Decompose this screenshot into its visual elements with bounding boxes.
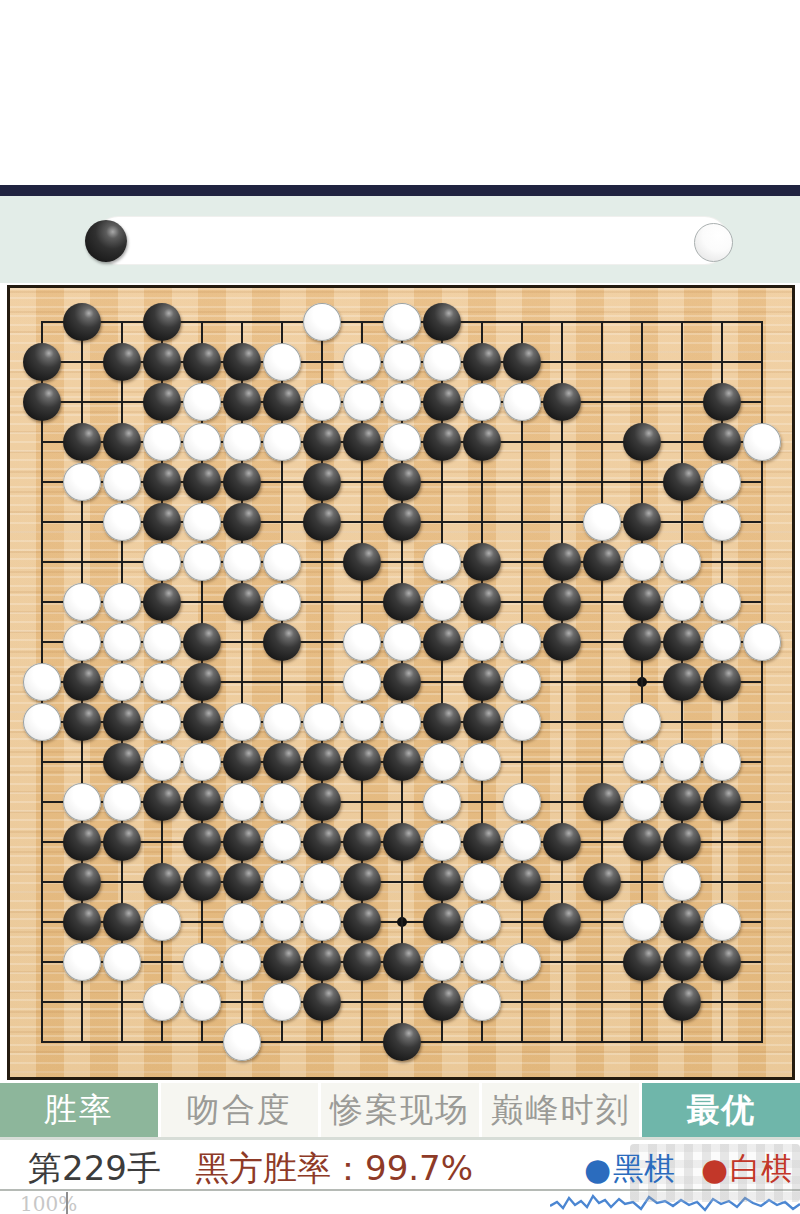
board-cell[interactable] — [382, 742, 422, 782]
board-cell[interactable] — [622, 862, 662, 902]
board-cell[interactable] — [382, 382, 422, 422]
board-cell[interactable] — [342, 822, 382, 862]
board-cell[interactable] — [742, 662, 782, 702]
board-cell[interactable] — [502, 622, 542, 662]
tab-peak-moment[interactable]: 巅峰时刻 — [479, 1083, 640, 1137]
board-cell[interactable] — [22, 382, 62, 422]
board-cell[interactable] — [622, 622, 662, 662]
board-cell[interactable] — [382, 462, 422, 502]
board-cell[interactable] — [542, 742, 582, 782]
board-cell[interactable] — [422, 822, 462, 862]
board-cell[interactable] — [302, 622, 342, 662]
board-cell[interactable] — [542, 422, 582, 462]
board-cell[interactable] — [742, 462, 782, 502]
board-cell[interactable] — [342, 502, 382, 542]
board-cell[interactable] — [142, 382, 182, 422]
board-cell[interactable] — [302, 422, 342, 462]
board-cell[interactable] — [662, 422, 702, 462]
board-cell[interactable] — [582, 542, 622, 582]
board-cell[interactable] — [542, 342, 582, 382]
board-cell[interactable] — [62, 862, 102, 902]
board-cell[interactable] — [462, 542, 502, 582]
board-cell[interactable] — [622, 742, 662, 782]
board-cell[interactable] — [662, 342, 702, 382]
board-cell[interactable] — [262, 742, 302, 782]
board-cell[interactable] — [182, 422, 222, 462]
board-cell[interactable] — [62, 582, 102, 622]
board-cell[interactable] — [302, 702, 342, 742]
board-cell[interactable] — [702, 742, 742, 782]
board-cell[interactable] — [102, 422, 142, 462]
board-cell[interactable] — [742, 422, 782, 462]
board-cell[interactable] — [502, 582, 542, 622]
board-cell[interactable] — [702, 902, 742, 942]
board-cell[interactable] — [142, 1022, 182, 1062]
board-cell[interactable] — [182, 342, 222, 382]
board-cell[interactable] — [102, 582, 142, 622]
board-cell[interactable] — [62, 942, 102, 982]
board-cell[interactable] — [542, 782, 582, 822]
board-cell[interactable] — [222, 622, 262, 662]
board-cell[interactable] — [622, 422, 662, 462]
board-cell[interactable] — [302, 302, 342, 342]
board-cell[interactable] — [622, 542, 662, 582]
tab-winrate[interactable]: 胜率 — [0, 1083, 158, 1137]
board-cell[interactable] — [222, 1022, 262, 1062]
board-cell[interactable] — [622, 942, 662, 982]
board-cell[interactable] — [142, 822, 182, 862]
board-cell[interactable] — [742, 782, 782, 822]
board-cell[interactable] — [102, 822, 142, 862]
board-cell[interactable] — [222, 822, 262, 862]
board-cell[interactable] — [742, 1022, 782, 1062]
board-cell[interactable] — [222, 542, 262, 582]
board-cell[interactable] — [142, 902, 182, 942]
board-cell[interactable] — [462, 582, 502, 622]
board-cell[interactable] — [302, 542, 342, 582]
board-cell[interactable] — [502, 462, 542, 502]
board-cell[interactable] — [542, 982, 582, 1022]
board-cell[interactable] — [462, 702, 502, 742]
board-cell[interactable] — [222, 422, 262, 462]
board-cell[interactable] — [182, 582, 222, 622]
board-cell[interactable] — [542, 462, 582, 502]
board-cell[interactable] — [422, 742, 462, 782]
board-cell[interactable] — [702, 702, 742, 742]
board-cell[interactable] — [62, 382, 102, 422]
board-cell[interactable] — [662, 782, 702, 822]
board-cell[interactable] — [462, 662, 502, 702]
board-cell[interactable] — [542, 542, 582, 582]
board-cell[interactable] — [462, 942, 502, 982]
board-cell[interactable] — [262, 582, 302, 622]
board-cell[interactable] — [22, 982, 62, 1022]
board-cell[interactable] — [542, 622, 582, 662]
board-cell[interactable] — [382, 942, 422, 982]
board-cell[interactable] — [102, 902, 142, 942]
board-cell[interactable] — [142, 942, 182, 982]
board-cell[interactable] — [182, 622, 222, 662]
board-cell[interactable] — [582, 702, 622, 742]
board-cell[interactable] — [222, 702, 262, 742]
board-cell[interactable] — [62, 702, 102, 742]
board-cell[interactable] — [742, 622, 782, 662]
board-cell[interactable] — [702, 982, 742, 1022]
board-cell[interactable] — [342, 942, 382, 982]
board-cell[interactable] — [222, 982, 262, 1022]
board-cell[interactable] — [542, 902, 582, 942]
board-cell[interactable] — [662, 502, 702, 542]
board-cell[interactable] — [382, 542, 422, 582]
board-cell[interactable] — [422, 702, 462, 742]
board-cell[interactable] — [382, 702, 422, 742]
board-cell[interactable] — [302, 662, 342, 702]
board-cell[interactable] — [102, 302, 142, 342]
board-cell[interactable] — [62, 502, 102, 542]
board-cell[interactable] — [702, 422, 742, 462]
board-cell[interactable] — [662, 1022, 702, 1062]
board-cell[interactable] — [582, 342, 622, 382]
board-cell[interactable] — [622, 822, 662, 862]
board-cell[interactable] — [222, 782, 262, 822]
tab-best[interactable]: 最优 — [639, 1083, 800, 1137]
board-cell[interactable] — [702, 542, 742, 582]
board-cell[interactable] — [502, 982, 542, 1022]
board-cell[interactable] — [222, 742, 262, 782]
board-cell[interactable] — [62, 622, 102, 662]
board-cell[interactable] — [622, 702, 662, 742]
board-cell[interactable] — [182, 782, 222, 822]
board-cell[interactable] — [462, 342, 502, 382]
board-cell[interactable] — [702, 582, 742, 622]
board-cell[interactable] — [222, 862, 262, 902]
board-cell[interactable] — [622, 1022, 662, 1062]
board-cell[interactable] — [422, 542, 462, 582]
board-cell[interactable] — [582, 902, 622, 942]
board-cell[interactable] — [742, 742, 782, 782]
board-cell[interactable] — [542, 862, 582, 902]
board-cell[interactable] — [662, 662, 702, 702]
board-cell[interactable] — [702, 622, 742, 662]
board-cell[interactable] — [142, 582, 182, 622]
board-cell[interactable] — [422, 982, 462, 1022]
board-cell[interactable] — [462, 462, 502, 502]
board-cell[interactable] — [222, 302, 262, 342]
board-cell[interactable] — [102, 1022, 142, 1062]
board-cell[interactable] — [662, 302, 702, 342]
board-cell[interactable] — [102, 342, 142, 382]
board-cell[interactable] — [582, 782, 622, 822]
board-cell[interactable] — [382, 1022, 422, 1062]
board-cell[interactable] — [262, 502, 302, 542]
board-cell[interactable] — [102, 382, 142, 422]
board-cell[interactable] — [502, 702, 542, 742]
board-cell[interactable] — [462, 982, 502, 1022]
board-cell[interactable] — [262, 822, 302, 862]
board-cell[interactable] — [662, 382, 702, 422]
board-cell[interactable] — [462, 382, 502, 422]
board-cell[interactable] — [22, 942, 62, 982]
board-cell[interactable] — [462, 422, 502, 462]
board-cell[interactable] — [422, 582, 462, 622]
board-cell[interactable] — [102, 982, 142, 1022]
board-cell[interactable] — [22, 902, 62, 942]
board-cell[interactable] — [662, 902, 702, 942]
board-cell[interactable] — [502, 382, 542, 422]
board-cell[interactable] — [342, 782, 382, 822]
board-cell[interactable] — [62, 902, 102, 942]
board-cell[interactable] — [342, 462, 382, 502]
board-cell[interactable] — [702, 662, 742, 702]
board-cell[interactable] — [502, 422, 542, 462]
board-cell[interactable] — [662, 982, 702, 1022]
board-cell[interactable] — [702, 822, 742, 862]
board-cell[interactable] — [662, 582, 702, 622]
board-cell[interactable] — [22, 742, 62, 782]
board-cell[interactable] — [462, 782, 502, 822]
board-cell[interactable] — [22, 462, 62, 502]
board-cell[interactable] — [302, 582, 342, 622]
board-cell[interactable] — [302, 502, 342, 542]
board-cell[interactable] — [342, 742, 382, 782]
board-cell[interactable] — [22, 862, 62, 902]
board-cell[interactable] — [222, 342, 262, 382]
board-cell[interactable] — [342, 542, 382, 582]
board-cell[interactable] — [742, 702, 782, 742]
board-cell[interactable] — [222, 902, 262, 942]
board-cell[interactable] — [22, 302, 62, 342]
board-cell[interactable] — [382, 622, 422, 662]
board-cell[interactable] — [102, 942, 142, 982]
board-cell[interactable] — [182, 382, 222, 422]
board-cell[interactable] — [742, 822, 782, 862]
board-cell[interactable] — [742, 862, 782, 902]
board-cell[interactable] — [182, 862, 222, 902]
board-cell[interactable] — [582, 862, 622, 902]
board-cell[interactable] — [22, 622, 62, 662]
board-cell[interactable] — [62, 302, 102, 342]
board-cell[interactable] — [142, 542, 182, 582]
board-cell[interactable] — [382, 582, 422, 622]
board-cell[interactable] — [182, 982, 222, 1022]
board-cell[interactable] — [182, 942, 222, 982]
board-cell[interactable] — [422, 622, 462, 662]
board-cell[interactable] — [302, 822, 342, 862]
board-cell[interactable] — [622, 302, 662, 342]
board-cell[interactable] — [462, 742, 502, 782]
board-cell[interactable] — [262, 422, 302, 462]
board-cell[interactable] — [342, 982, 382, 1022]
board-cell[interactable] — [662, 862, 702, 902]
board-cell[interactable] — [62, 782, 102, 822]
board-cell[interactable] — [422, 302, 462, 342]
board-cell[interactable] — [622, 582, 662, 622]
board-cell[interactable] — [342, 422, 382, 462]
board-cell[interactable] — [262, 542, 302, 582]
board-cell[interactable] — [182, 542, 222, 582]
board-cell[interactable] — [422, 782, 462, 822]
board-cell[interactable] — [22, 422, 62, 462]
board-cell[interactable] — [102, 702, 142, 742]
board-cell[interactable] — [142, 622, 182, 662]
board-cell[interactable] — [662, 542, 702, 582]
board-cell[interactable] — [382, 662, 422, 702]
board-cell[interactable] — [582, 382, 622, 422]
board-cell[interactable] — [462, 302, 502, 342]
board-cell[interactable] — [702, 382, 742, 422]
board-cell[interactable] — [142, 862, 182, 902]
board-cell[interactable] — [622, 782, 662, 822]
board-cell[interactable] — [262, 622, 302, 662]
board-cell[interactable] — [462, 1022, 502, 1062]
board-cell[interactable] — [582, 462, 622, 502]
board-cell[interactable] — [62, 1022, 102, 1062]
board-cell[interactable] — [142, 662, 182, 702]
board-cell[interactable] — [102, 782, 142, 822]
board-cell[interactable] — [702, 942, 742, 982]
board-cell[interactable] — [142, 702, 182, 742]
board-cell[interactable] — [382, 502, 422, 542]
board-cell[interactable] — [382, 902, 422, 942]
board-cell[interactable] — [262, 862, 302, 902]
board-cell[interactable] — [582, 662, 622, 702]
board-cell[interactable] — [262, 302, 302, 342]
board-cell[interactable] — [542, 502, 582, 542]
board-cell[interactable] — [342, 902, 382, 942]
board-cell[interactable] — [582, 982, 622, 1022]
board-cell[interactable] — [102, 462, 142, 502]
board-cell[interactable] — [342, 382, 382, 422]
board-cell[interactable] — [182, 702, 222, 742]
board-cell[interactable] — [102, 502, 142, 542]
board-cell[interactable] — [22, 822, 62, 862]
board-cell[interactable] — [662, 622, 702, 662]
board-cell[interactable] — [422, 422, 462, 462]
board-cell[interactable] — [582, 502, 622, 542]
board-cell[interactable] — [102, 542, 142, 582]
board-cell[interactable] — [62, 342, 102, 382]
board-cell[interactable] — [742, 942, 782, 982]
board-cell[interactable] — [22, 342, 62, 382]
board-cell[interactable] — [22, 582, 62, 622]
board-cell[interactable] — [502, 782, 542, 822]
board-cell[interactable] — [222, 662, 262, 702]
board-cell[interactable] — [182, 302, 222, 342]
board-cell[interactable] — [302, 902, 342, 942]
board-cell[interactable] — [342, 582, 382, 622]
board-cell[interactable] — [742, 302, 782, 342]
board-cell[interactable] — [102, 622, 142, 662]
board-cell[interactable] — [382, 822, 422, 862]
board-cell[interactable] — [342, 662, 382, 702]
board-cell[interactable] — [262, 942, 302, 982]
board-cell[interactable] — [182, 462, 222, 502]
board-cell[interactable] — [742, 542, 782, 582]
board-cell[interactable] — [62, 982, 102, 1022]
board-cell[interactable] — [422, 942, 462, 982]
board-cell[interactable] — [382, 302, 422, 342]
board-cell[interactable] — [622, 342, 662, 382]
board-cell[interactable] — [742, 902, 782, 942]
board-cell[interactable] — [262, 342, 302, 382]
board-cell[interactable] — [262, 902, 302, 942]
board-cell[interactable] — [622, 462, 662, 502]
board-cell[interactable] — [462, 862, 502, 902]
board-cell[interactable] — [302, 742, 342, 782]
board-cell[interactable] — [302, 342, 342, 382]
board-cell[interactable] — [62, 462, 102, 502]
board-cell[interactable] — [582, 1022, 622, 1062]
board-cell[interactable] — [422, 462, 462, 502]
board-cell[interactable] — [62, 662, 102, 702]
board-cell[interactable] — [542, 822, 582, 862]
board-cell[interactable] — [582, 822, 622, 862]
board-cell[interactable] — [702, 302, 742, 342]
board-cell[interactable] — [662, 742, 702, 782]
board-cell[interactable] — [542, 702, 582, 742]
board-cell[interactable] — [182, 1022, 222, 1062]
board-cell[interactable] — [542, 662, 582, 702]
board-cell[interactable] — [422, 502, 462, 542]
board-cell[interactable] — [502, 822, 542, 862]
board-cell[interactable] — [662, 462, 702, 502]
board-cell[interactable] — [502, 662, 542, 702]
board-cell[interactable] — [502, 742, 542, 782]
board-cell[interactable] — [302, 1022, 342, 1062]
board-cell[interactable] — [462, 902, 502, 942]
board-cell[interactable] — [222, 582, 262, 622]
board-cell[interactable] — [622, 902, 662, 942]
board-cell[interactable] — [62, 422, 102, 462]
board-cell[interactable] — [22, 1022, 62, 1062]
board-cell[interactable] — [662, 822, 702, 862]
board-cell[interactable] — [142, 462, 182, 502]
board-cell[interactable] — [742, 982, 782, 1022]
board-cell[interactable] — [142, 422, 182, 462]
board-cell[interactable] — [62, 742, 102, 782]
board-cell[interactable] — [342, 622, 382, 662]
board-cell[interactable] — [342, 342, 382, 382]
board-cell[interactable] — [702, 1022, 742, 1062]
board-cell[interactable] — [142, 742, 182, 782]
board-cell[interactable] — [302, 382, 342, 422]
board-cell[interactable] — [22, 502, 62, 542]
board-cell[interactable] — [182, 742, 222, 782]
tab-match-degree[interactable]: 吻合度 — [158, 1083, 319, 1137]
board-cell[interactable] — [222, 382, 262, 422]
board-cell[interactable] — [422, 662, 462, 702]
board-cell[interactable] — [702, 782, 742, 822]
board-cell[interactable] — [262, 782, 302, 822]
board-cell[interactable] — [502, 502, 542, 542]
board-cell[interactable] — [302, 862, 342, 902]
board-cell[interactable] — [102, 862, 142, 902]
board-cell[interactable] — [142, 782, 182, 822]
board-cell[interactable] — [582, 742, 622, 782]
board-cell[interactable] — [502, 302, 542, 342]
board-cell[interactable] — [382, 982, 422, 1022]
board-cell[interactable] — [182, 822, 222, 862]
board-cell[interactable] — [142, 502, 182, 542]
board-cell[interactable] — [62, 822, 102, 862]
board-cell[interactable] — [502, 862, 542, 902]
board-cell[interactable] — [262, 702, 302, 742]
board-cell[interactable] — [262, 982, 302, 1022]
board-cell[interactable] — [502, 542, 542, 582]
board-cell[interactable] — [342, 862, 382, 902]
board-cell[interactable] — [542, 942, 582, 982]
board-cell[interactable] — [102, 662, 142, 702]
